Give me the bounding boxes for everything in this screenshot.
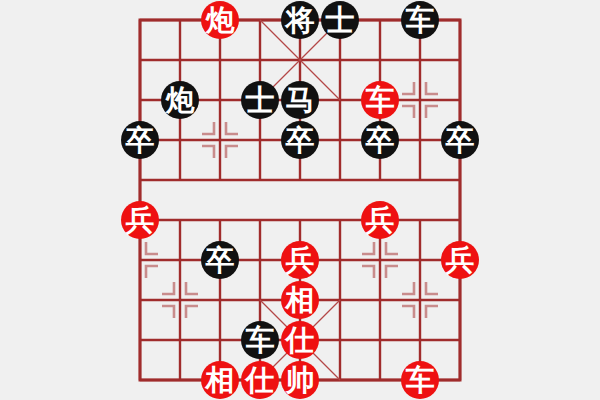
piece-black-advisor[interactable]: 士 — [321, 1, 359, 39]
piece-black-soldier[interactable]: 卒 — [201, 241, 239, 279]
piece-black-general[interactable]: 将 — [281, 1, 319, 39]
piece-red-chariot[interactable]: 车 — [401, 361, 439, 399]
piece-red-general[interactable]: 帅 — [281, 361, 319, 399]
piece-black-cannon[interactable]: 炮 — [161, 81, 199, 119]
pieces-layer: 炮将士车炮士马车卒卒卒卒兵兵卒兵兵相车仕相仕帅车 — [0, 0, 600, 400]
piece-black-chariot[interactable]: 车 — [401, 1, 439, 39]
piece-red-advisor[interactable]: 仕 — [241, 361, 279, 399]
piece-red-elephant[interactable]: 相 — [281, 281, 319, 319]
piece-red-advisor[interactable]: 仕 — [281, 321, 319, 359]
piece-red-soldier[interactable]: 兵 — [121, 201, 159, 239]
piece-black-soldier[interactable]: 卒 — [441, 121, 479, 159]
piece-red-cannon[interactable]: 炮 — [201, 1, 239, 39]
piece-red-soldier[interactable]: 兵 — [361, 201, 399, 239]
piece-black-soldier[interactable]: 卒 — [361, 121, 399, 159]
piece-red-chariot[interactable]: 车 — [361, 81, 399, 119]
piece-red-soldier[interactable]: 兵 — [441, 241, 479, 279]
xiangqi-board[interactable]: 炮将士车炮士马车卒卒卒卒兵兵卒兵兵相车仕相仕帅车 — [0, 0, 600, 400]
piece-red-elephant[interactable]: 相 — [201, 361, 239, 399]
piece-red-soldier[interactable]: 兵 — [281, 241, 319, 279]
screen-background: 炮将士车炮士马车卒卒卒卒兵兵卒兵兵相车仕相仕帅车 — [0, 0, 600, 400]
piece-black-soldier[interactable]: 卒 — [281, 121, 319, 159]
piece-black-chariot[interactable]: 车 — [241, 321, 279, 359]
piece-black-horse[interactable]: 马 — [281, 81, 319, 119]
piece-black-advisor[interactable]: 士 — [241, 81, 279, 119]
piece-black-soldier[interactable]: 卒 — [121, 121, 159, 159]
